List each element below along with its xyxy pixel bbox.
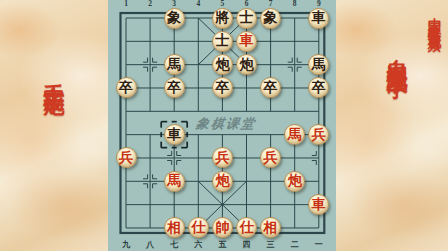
bottom-coordinate: 六 <box>194 240 202 249</box>
piece-black-general[interactable]: 將 <box>212 8 233 29</box>
piece-black-elephant[interactable]: 象 <box>260 8 281 29</box>
top-coordinate: 1 <box>124 0 128 8</box>
piece-black-chariot[interactable]: 車 <box>308 8 329 29</box>
piece-black-horse[interactable]: 馬 <box>164 54 185 75</box>
piece-black-cannon[interactable]: 炮 <box>212 54 233 75</box>
top-coordinate: 4 <box>196 0 200 8</box>
xiangqi-board: 象棋课堂 123456789 九八七六五四三二一 象將士象車士車馬炮炮馬卒卒卒卒… <box>108 0 336 251</box>
top-coordinate: 3 <box>172 0 176 8</box>
piece-black-advisor[interactable]: 士 <box>236 8 257 29</box>
right-marble-panel: 自出洞来无敌手 中国象棋古谱视频 <box>336 0 448 251</box>
bottom-coordinate: 五 <box>218 240 226 249</box>
piece-red-cannon[interactable]: 炮 <box>284 171 305 192</box>
piece-red-chariot[interactable]: 車 <box>236 31 257 52</box>
left-marble-panel: 手字应手炮 <box>0 0 108 251</box>
piece-red-horse[interactable]: 馬 <box>164 171 185 192</box>
top-coordinate: 2 <box>148 0 152 8</box>
top-coordinate: 7 <box>269 0 273 8</box>
top-coordinate: 6 <box>245 0 249 8</box>
right-title-calligraphy: 自出洞来无敌手 <box>383 42 411 63</box>
piece-black-chariot[interactable]: 車 <box>164 124 185 145</box>
river-watermark: 象棋课堂 <box>195 115 258 133</box>
bottom-coordinate: 九 <box>122 240 130 249</box>
piece-black-cannon[interactable]: 炮 <box>236 54 257 75</box>
top-coordinate: 8 <box>293 0 297 8</box>
bottom-coordinate: 三 <box>267 240 275 249</box>
bottom-coordinate: 一 <box>315 240 323 249</box>
left-title-calligraphy: 手字应手炮 <box>40 66 68 81</box>
piece-red-cannon[interactable]: 炮 <box>212 171 233 192</box>
piece-black-advisor[interactable]: 士 <box>212 31 233 52</box>
video-frame: 手字应手炮 象棋课堂 123456789 九八七六五四三二一 象將士象車士車馬炮… <box>0 0 448 251</box>
piece-red-soldier[interactable]: 兵 <box>116 147 137 168</box>
top-coordinate: 9 <box>317 0 321 8</box>
right-subtitle-calligraphy: 中国象棋古谱视频 <box>425 7 443 31</box>
bottom-coordinate: 八 <box>146 240 154 249</box>
piece-black-elephant[interactable]: 象 <box>164 8 185 29</box>
bottom-coordinate: 四 <box>243 240 251 249</box>
piece-black-soldier[interactable]: 卒 <box>116 77 137 98</box>
top-coordinate: 5 <box>221 0 225 8</box>
bottom-coordinate: 二 <box>291 240 299 249</box>
bottom-coordinate: 七 <box>170 240 178 249</box>
